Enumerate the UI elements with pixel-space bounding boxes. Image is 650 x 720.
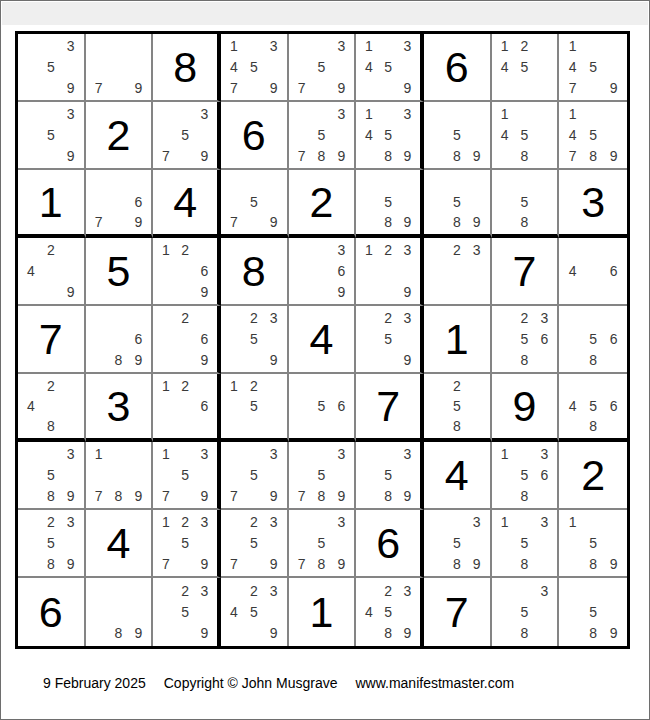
candidate-empty — [128, 465, 148, 486]
cell-r6c4[interactable]: 125 — [221, 374, 289, 442]
candidate-empty — [312, 261, 332, 282]
cell-r9c5[interactable]: 1 — [289, 578, 357, 646]
candidate-empty — [359, 77, 378, 98]
cell-r4c1[interactable]: 249 — [18, 238, 86, 306]
cell-r1c6[interactable]: 13459 — [356, 34, 424, 102]
candidate-9: 9 — [331, 553, 351, 574]
candidate-empty — [156, 125, 175, 146]
candidate-7: 7 — [292, 145, 312, 166]
candidate-3: 3 — [195, 444, 214, 465]
cell-r2c6[interactable]: 134589 — [356, 102, 424, 170]
candidate-empty — [195, 376, 214, 396]
cell-r8c3[interactable]: 123579 — [153, 510, 221, 578]
candidate-9: 9 — [264, 553, 284, 574]
candidate-1: 1 — [562, 104, 583, 125]
candidate-empty — [128, 36, 148, 57]
candidate-grid: 234589 — [359, 580, 417, 644]
candidate-1: 1 — [89, 444, 109, 465]
candidate-empty — [195, 465, 214, 486]
cell-r3c3[interactable]: 4 — [153, 170, 221, 238]
cell-r7c1[interactable]: 3589 — [18, 442, 86, 510]
cell-r5c5[interactable]: 4 — [289, 306, 357, 374]
candidate-empty — [244, 349, 264, 370]
candidate-empty — [331, 533, 351, 554]
candidate-empty — [21, 104, 41, 125]
candidate-empty — [156, 465, 175, 486]
candidate-9: 9 — [331, 281, 351, 302]
candidate-empty — [427, 376, 447, 396]
cell-r9c9[interactable]: 589 — [559, 578, 627, 646]
candidate-7: 7 — [89, 212, 109, 232]
candidate-grid: 3589 — [359, 444, 417, 506]
candidate-5: 5 — [176, 601, 195, 622]
cell-r7c4[interactable]: 3579 — [221, 442, 289, 510]
candidate-5: 5 — [583, 601, 604, 622]
candidate-grid: 258 — [427, 376, 487, 436]
candidate-grid: 359 — [21, 104, 81, 166]
candidate-7: 7 — [224, 553, 244, 574]
cell-value: 8 — [173, 46, 197, 89]
candidate-empty — [89, 580, 109, 601]
candidate-empty — [156, 308, 175, 329]
cell-r8c4[interactable]: 23579 — [221, 510, 289, 578]
candidate-empty — [128, 308, 148, 329]
candidate-grid: 35789 — [292, 104, 352, 166]
cell-value: 6 — [242, 114, 266, 157]
candidate-empty — [264, 376, 284, 396]
candidate-empty — [515, 444, 535, 465]
candidate-9: 9 — [61, 553, 81, 574]
candidate-3: 3 — [534, 580, 554, 601]
cell-r1c9[interactable]: 14579 — [559, 34, 627, 102]
candidate-grid: 13459 — [359, 36, 417, 98]
candidate-8: 8 — [312, 553, 332, 574]
footer-website: www.manifestmaster.com — [355, 675, 514, 691]
candidate-6: 6 — [603, 396, 624, 416]
cell-r6c6[interactable]: 7 — [356, 374, 424, 442]
candidate-5: 5 — [515, 57, 535, 78]
candidate-empty — [603, 580, 624, 601]
candidate-empty — [176, 261, 195, 282]
cell-r3c8[interactable]: 58 — [492, 170, 560, 238]
candidate-9: 9 — [398, 281, 417, 302]
cell-r4c5[interactable]: 369 — [289, 238, 357, 306]
cell-r5c4[interactable]: 2359 — [221, 306, 289, 374]
cell-r8c1[interactable]: 23589 — [18, 510, 86, 578]
cell-r7c3[interactable]: 13579 — [153, 442, 221, 510]
cell-r7c6[interactable]: 3589 — [356, 442, 424, 510]
candidate-empty — [427, 396, 447, 416]
candidate-3: 3 — [398, 104, 417, 125]
candidate-empty — [264, 601, 284, 622]
candidate-empty — [603, 240, 624, 261]
candidate-grid: 568 — [562, 308, 624, 370]
candidate-2: 2 — [176, 512, 195, 533]
candidate-empty — [398, 57, 417, 78]
candidate-empty — [467, 192, 487, 212]
candidate-9: 9 — [195, 553, 214, 574]
candidate-1: 1 — [156, 376, 175, 396]
candidate-empty — [427, 416, 447, 436]
candidate-empty — [534, 192, 554, 212]
candidate-9: 9 — [398, 77, 417, 98]
candidate-7: 7 — [224, 485, 244, 506]
candidate-1: 1 — [156, 512, 175, 533]
footer-date: 9 February 2025 — [43, 675, 146, 691]
candidate-5: 5 — [41, 465, 61, 486]
candidate-empty — [21, 376, 41, 396]
candidate-9: 9 — [398, 485, 417, 506]
candidate-empty — [292, 416, 312, 436]
candidate-empty — [562, 308, 583, 329]
cell-r6c1[interactable]: 248 — [18, 374, 86, 442]
candidate-empty — [264, 396, 284, 416]
candidate-empty — [224, 349, 244, 370]
candidate-8: 8 — [41, 416, 61, 436]
candidate-empty — [176, 349, 195, 370]
candidate-empty — [427, 192, 447, 212]
candidate-empty — [603, 349, 624, 370]
candidate-empty — [224, 465, 244, 486]
cell-r6c9[interactable]: 4568 — [559, 374, 627, 442]
candidate-empty — [331, 125, 351, 146]
candidate-2: 2 — [379, 308, 398, 329]
candidate-empty — [292, 465, 312, 486]
candidate-grid: 125 — [224, 376, 284, 436]
candidate-empty — [244, 623, 264, 644]
candidate-empty — [495, 77, 515, 98]
candidate-empty — [495, 533, 515, 554]
candidate-empty — [128, 444, 148, 465]
candidate-5: 5 — [41, 533, 61, 554]
candidate-4: 4 — [562, 261, 583, 282]
candidate-8: 8 — [109, 623, 129, 644]
cell-r4c4[interactable]: 8 — [221, 238, 289, 306]
candidate-empty — [224, 308, 244, 329]
candidate-empty — [21, 485, 41, 506]
candidate-2: 2 — [176, 580, 195, 601]
candidate-6: 6 — [195, 329, 214, 350]
candidate-empty — [562, 580, 583, 601]
candidate-empty — [562, 281, 583, 302]
candidate-3: 3 — [264, 308, 284, 329]
candidate-empty — [156, 349, 175, 370]
candidate-empty — [312, 240, 332, 261]
cell-r2c7[interactable]: 589 — [424, 102, 492, 170]
candidate-grid: 3579 — [224, 444, 284, 506]
cell-r5c3[interactable]: 269 — [153, 306, 221, 374]
candidate-5: 5 — [41, 125, 61, 146]
candidate-empty — [109, 601, 129, 622]
cell-r3c5[interactable]: 2 — [289, 170, 357, 238]
candidate-empty — [427, 281, 447, 302]
candidate-5: 5 — [312, 125, 332, 146]
candidate-empty — [467, 125, 487, 146]
candidate-empty — [331, 57, 351, 78]
candidate-empty — [176, 329, 195, 350]
cell-r9c3[interactable]: 2359 — [153, 578, 221, 646]
cell-r3c6[interactable]: 589 — [356, 170, 424, 238]
candidate-1: 1 — [495, 444, 515, 465]
cell-r5c2[interactable]: 689 — [86, 306, 154, 374]
candidate-empty — [398, 601, 417, 622]
candidate-empty — [41, 77, 61, 98]
cell-r7c9[interactable]: 2 — [559, 442, 627, 510]
candidate-empty — [264, 329, 284, 350]
candidate-4: 4 — [562, 396, 583, 416]
candidate-empty — [264, 172, 284, 192]
cell-r5c8[interactable]: 23568 — [492, 306, 560, 374]
candidate-3: 3 — [467, 512, 487, 533]
candidate-1: 1 — [495, 36, 515, 57]
candidate-2: 2 — [176, 376, 195, 396]
candidate-grid: 134589 — [359, 104, 417, 166]
candidate-grid: 1789 — [89, 444, 149, 506]
cell-r8c6[interactable]: 6 — [356, 510, 424, 578]
candidate-empty — [109, 77, 129, 98]
candidate-5: 5 — [515, 192, 535, 212]
cell-r4c8[interactable]: 7 — [492, 238, 560, 306]
candidate-1: 1 — [495, 512, 515, 533]
candidate-empty — [562, 329, 583, 350]
cell-value: 1 — [39, 181, 63, 224]
candidate-empty — [467, 416, 487, 436]
cell-r6c2[interactable]: 3 — [86, 374, 154, 442]
candidate-grid: 589 — [427, 172, 487, 232]
candidate-9: 9 — [398, 349, 417, 370]
cell-r5c9[interactable]: 568 — [559, 306, 627, 374]
cell-r2c2[interactable]: 2 — [86, 102, 154, 170]
cell-r3c7[interactable]: 589 — [424, 170, 492, 238]
candidate-4: 4 — [359, 57, 378, 78]
candidate-3: 3 — [195, 104, 214, 125]
cell-r7c2[interactable]: 1789 — [86, 442, 154, 510]
cell-r9c8[interactable]: 358 — [492, 578, 560, 646]
cell-r1c8[interactable]: 1245 — [492, 34, 560, 102]
candidate-grid: 589 — [359, 172, 417, 232]
candidate-3: 3 — [534, 444, 554, 465]
candidate-empty — [195, 601, 214, 622]
candidate-7: 7 — [562, 77, 583, 98]
candidate-1: 1 — [224, 36, 244, 57]
candidate-empty — [427, 512, 447, 533]
candidate-empty — [583, 261, 604, 282]
candidate-empty — [359, 261, 378, 282]
candidate-8: 8 — [515, 553, 535, 574]
candidate-5: 5 — [379, 465, 398, 486]
cell-r6c7[interactable]: 258 — [424, 374, 492, 442]
candidate-empty — [21, 125, 41, 146]
candidate-6: 6 — [534, 329, 554, 350]
cell-r6c8[interactable]: 9 — [492, 374, 560, 442]
candidate-empty — [603, 416, 624, 436]
candidate-empty — [603, 533, 624, 554]
cell-r8c2[interactable]: 4 — [86, 510, 154, 578]
candidate-9: 9 — [603, 553, 624, 574]
candidate-8: 8 — [312, 145, 332, 166]
candidate-8: 8 — [379, 145, 398, 166]
cell-r7c7[interactable]: 4 — [424, 442, 492, 510]
candidate-9: 9 — [61, 281, 81, 302]
candidate-empty — [467, 376, 487, 396]
candidate-3: 3 — [398, 444, 417, 465]
cell-r1c1[interactable]: 359 — [18, 34, 86, 102]
candidate-grid: 46 — [562, 240, 624, 302]
cell-r4c6[interactable]: 1239 — [356, 238, 424, 306]
candidate-6: 6 — [195, 396, 214, 416]
candidate-empty — [21, 281, 41, 302]
candidate-empty — [427, 104, 447, 125]
cell-r8c8[interactable]: 1358 — [492, 510, 560, 578]
candidate-empty — [603, 104, 624, 125]
cell-r1c3[interactable]: 8 — [153, 34, 221, 102]
candidate-empty — [379, 349, 398, 370]
cell-r5c6[interactable]: 2359 — [356, 306, 424, 374]
candidate-empty — [583, 36, 604, 57]
candidate-empty — [292, 261, 312, 282]
candidate-1: 1 — [156, 240, 175, 261]
cell-r2c5[interactable]: 35789 — [289, 102, 357, 170]
candidate-empty — [534, 623, 554, 644]
cell-r3c9[interactable]: 3 — [559, 170, 627, 238]
cell-r4c3[interactable]: 1269 — [153, 238, 221, 306]
candidate-6: 6 — [331, 396, 351, 416]
candidate-empty — [292, 533, 312, 554]
cell-r5c7[interactable]: 1 — [424, 306, 492, 374]
footer-copyright: Copyright © John Musgrave — [164, 675, 338, 691]
cell-r9c1[interactable]: 6 — [18, 578, 86, 646]
candidate-empty — [447, 172, 467, 192]
cell-r2c9[interactable]: 145789 — [559, 102, 627, 170]
cell-r8c5[interactable]: 35789 — [289, 510, 357, 578]
candidate-empty — [359, 485, 378, 506]
cell-r8c9[interactable]: 1589 — [559, 510, 627, 578]
candidate-empty — [224, 416, 244, 436]
cell-r9c7[interactable]: 7 — [424, 578, 492, 646]
candidate-8: 8 — [515, 485, 535, 506]
candidate-empty — [495, 329, 515, 350]
cell-r6c3[interactable]: 126 — [153, 374, 221, 442]
candidate-5: 5 — [41, 57, 61, 78]
cell-value: 3 — [581, 181, 605, 224]
candidate-empty — [515, 77, 535, 98]
candidate-8: 8 — [447, 553, 467, 574]
candidate-empty — [109, 57, 129, 78]
candidate-empty — [292, 376, 312, 396]
cell-r5c1[interactable]: 7 — [18, 306, 86, 374]
candidate-grid: 3589 — [427, 512, 487, 574]
cell-r3c2[interactable]: 679 — [86, 170, 154, 238]
candidate-grid: 13568 — [495, 444, 555, 506]
candidate-9: 9 — [195, 349, 214, 370]
candidate-empty — [495, 349, 515, 370]
cell-r4c2[interactable]: 5 — [86, 238, 154, 306]
candidate-empty — [427, 240, 447, 261]
candidate-grid: 369 — [292, 240, 352, 302]
candidate-empty — [583, 512, 604, 533]
candidate-empty — [312, 36, 332, 57]
candidate-empty — [603, 308, 624, 329]
cell-r4c9[interactable]: 46 — [559, 238, 627, 306]
cell-value: 4 — [445, 454, 469, 497]
candidate-9: 9 — [398, 145, 417, 166]
cell-r1c2[interactable]: 79 — [86, 34, 154, 102]
cell-r9c4[interactable]: 23459 — [221, 578, 289, 646]
candidate-9: 9 — [61, 145, 81, 166]
cell-r2c4[interactable]: 6 — [221, 102, 289, 170]
cell-r7c8[interactable]: 13568 — [492, 442, 560, 510]
candidate-empty — [534, 125, 554, 146]
candidate-4: 4 — [21, 396, 41, 416]
candidate-empty — [21, 512, 41, 533]
candidate-empty — [61, 465, 81, 486]
candidate-9: 9 — [264, 623, 284, 644]
candidate-empty — [109, 172, 129, 192]
sudoku-board: 3597981345793579134596124514579359235796… — [15, 31, 630, 649]
candidate-empty — [331, 376, 351, 396]
cell-r2c3[interactable]: 3579 — [153, 102, 221, 170]
cell-r9c6[interactable]: 234589 — [356, 578, 424, 646]
cell-r8c7[interactable]: 3589 — [424, 510, 492, 578]
footer: 9 February 2025Copyright © John Musgrave… — [43, 675, 643, 691]
candidate-empty — [61, 240, 81, 261]
cell-r3c4[interactable]: 579 — [221, 170, 289, 238]
cell-r1c5[interactable]: 3579 — [289, 34, 357, 102]
candidate-7: 7 — [156, 553, 175, 574]
top-strip — [2, 2, 648, 25]
candidate-empty — [224, 623, 244, 644]
candidate-empty — [495, 623, 515, 644]
candidate-empty — [467, 396, 487, 416]
candidate-3: 3 — [331, 104, 351, 125]
candidate-5: 5 — [515, 125, 535, 146]
candidate-empty — [156, 533, 175, 554]
candidate-3: 3 — [264, 512, 284, 533]
candidate-empty — [495, 192, 515, 212]
cell-r6c5[interactable]: 56 — [289, 374, 357, 442]
cell-value: 2 — [107, 114, 131, 157]
candidate-5: 5 — [379, 125, 398, 146]
candidate-empty — [89, 465, 109, 486]
cell-r7c5[interactable]: 35789 — [289, 442, 357, 510]
candidate-empty — [292, 512, 312, 533]
candidate-grid: 23568 — [495, 308, 555, 370]
cell-r1c4[interactable]: 134579 — [221, 34, 289, 102]
candidate-7: 7 — [156, 145, 175, 166]
candidate-5: 5 — [447, 533, 467, 554]
candidate-empty — [495, 308, 515, 329]
candidate-9: 9 — [195, 281, 214, 302]
candidate-empty — [156, 261, 175, 282]
candidate-5: 5 — [379, 329, 398, 350]
candidate-empty — [89, 36, 109, 57]
candidate-empty — [379, 261, 398, 282]
cell-r1c7[interactable]: 6 — [424, 34, 492, 102]
candidate-empty — [21, 465, 41, 486]
candidate-empty — [156, 281, 175, 302]
candidate-empty — [21, 57, 41, 78]
cell-r2c1[interactable]: 359 — [18, 102, 86, 170]
cell-value: 3 — [107, 385, 131, 428]
candidate-4: 4 — [359, 125, 378, 146]
candidate-empty — [292, 57, 312, 78]
cell-r3c1[interactable]: 1 — [18, 170, 86, 238]
cell-r9c2[interactable]: 89 — [86, 578, 154, 646]
cell-r2c8[interactable]: 1458 — [492, 102, 560, 170]
candidate-9: 9 — [128, 212, 148, 232]
cell-r4c7[interactable]: 23 — [424, 238, 492, 306]
candidate-empty — [61, 416, 81, 436]
